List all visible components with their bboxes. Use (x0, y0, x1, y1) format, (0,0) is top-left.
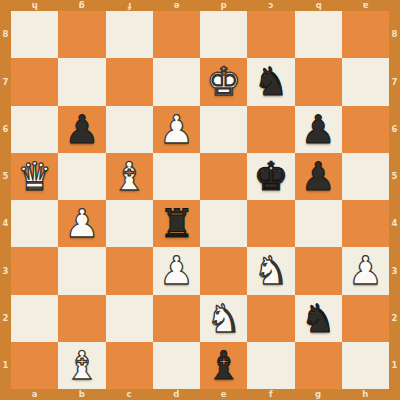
square-b4[interactable]: ♟ (58, 200, 105, 247)
square-d1[interactable] (153, 342, 200, 389)
rank-label-left-1: 1 (0, 342, 11, 389)
piece-black-king[interactable]: ♚ (247, 153, 294, 200)
square-f7[interactable]: ♞ (247, 58, 294, 105)
square-d7[interactable] (153, 58, 200, 105)
square-e6[interactable] (200, 106, 247, 153)
square-b2[interactable] (58, 295, 105, 342)
square-f8[interactable] (247, 11, 294, 58)
chess-board-frame: hgfedcba abcdefgh 87654321 87654321 ♚♞♟♟… (0, 0, 400, 400)
piece-white-bishop[interactable]: ♝ (58, 342, 105, 389)
square-g5[interactable]: ♟ (295, 153, 342, 200)
square-a6[interactable] (11, 106, 58, 153)
square-b5[interactable] (58, 153, 105, 200)
piece-white-bishop[interactable]: ♝ (106, 153, 153, 200)
file-label-bottom-f: f (247, 389, 294, 400)
file-label-bottom-d: d (153, 389, 200, 400)
square-f3[interactable]: ♞ (247, 247, 294, 294)
piece-black-pawn[interactable]: ♟ (295, 106, 342, 153)
square-g8[interactable] (295, 11, 342, 58)
rank-label-left-8: 8 (0, 11, 11, 58)
square-a4[interactable] (11, 200, 58, 247)
file-labels-top: hgfedcba (11, 0, 389, 11)
square-e2[interactable]: ♞ (200, 295, 247, 342)
square-f5[interactable]: ♚ (247, 153, 294, 200)
piece-white-king[interactable]: ♚ (200, 58, 247, 105)
square-d2[interactable] (153, 295, 200, 342)
file-label-bottom-e: e (200, 389, 247, 400)
square-d8[interactable] (153, 11, 200, 58)
square-f1[interactable] (247, 342, 294, 389)
square-a5[interactable]: ♛ (11, 153, 58, 200)
rank-label-left-6: 6 (0, 106, 11, 153)
square-c7[interactable] (106, 58, 153, 105)
square-c5[interactable]: ♝ (106, 153, 153, 200)
square-g2[interactable]: ♞ (295, 295, 342, 342)
square-c2[interactable] (106, 295, 153, 342)
square-a2[interactable] (11, 295, 58, 342)
square-a7[interactable] (11, 58, 58, 105)
square-h7[interactable] (342, 58, 389, 105)
piece-white-pawn[interactable]: ♟ (153, 247, 200, 294)
file-label-top-g: g (58, 0, 105, 11)
square-e5[interactable] (200, 153, 247, 200)
file-label-top-h: h (11, 0, 58, 11)
rank-label-right-5: 5 (389, 153, 400, 200)
file-label-top-d: d (200, 0, 247, 11)
square-e7[interactable]: ♚ (200, 58, 247, 105)
rank-label-right-4: 4 (389, 200, 400, 247)
square-a3[interactable] (11, 247, 58, 294)
file-label-bottom-g: g (295, 389, 342, 400)
piece-black-rook[interactable]: ♜ (153, 200, 200, 247)
file-label-bottom-c: c (106, 389, 153, 400)
piece-white-knight[interactable]: ♞ (247, 247, 294, 294)
piece-black-pawn[interactable]: ♟ (295, 153, 342, 200)
chess-board: ♚♞♟♟♟♛♝♚♟♟♜♟♞♟♞♞♝♝ (11, 11, 389, 389)
square-f2[interactable] (247, 295, 294, 342)
square-e8[interactable] (200, 11, 247, 58)
square-c4[interactable] (106, 200, 153, 247)
square-d5[interactable] (153, 153, 200, 200)
piece-black-knight[interactable]: ♞ (247, 58, 294, 105)
square-c3[interactable] (106, 247, 153, 294)
square-d4[interactable]: ♜ (153, 200, 200, 247)
square-e3[interactable] (200, 247, 247, 294)
file-label-top-a: a (342, 0, 389, 11)
piece-white-knight[interactable]: ♞ (200, 295, 247, 342)
square-g6[interactable]: ♟ (295, 106, 342, 153)
piece-black-bishop[interactable]: ♝ (200, 342, 247, 389)
rank-label-right-8: 8 (389, 11, 400, 58)
square-g4[interactable] (295, 200, 342, 247)
square-f4[interactable] (247, 200, 294, 247)
file-label-top-e: e (153, 0, 200, 11)
rank-labels-right: 87654321 (389, 11, 400, 389)
rank-label-right-1: 1 (389, 342, 400, 389)
rank-label-left-4: 4 (0, 200, 11, 247)
square-b3[interactable] (58, 247, 105, 294)
file-label-top-c: c (247, 0, 294, 11)
square-d6[interactable]: ♟ (153, 106, 200, 153)
file-label-bottom-b: b (58, 389, 105, 400)
square-h4[interactable] (342, 200, 389, 247)
piece-white-queen[interactable]: ♛ (11, 153, 58, 200)
piece-white-pawn[interactable]: ♟ (342, 247, 389, 294)
square-c6[interactable] (106, 106, 153, 153)
rank-label-left-3: 3 (0, 247, 11, 294)
file-label-top-b: b (295, 0, 342, 11)
square-b6[interactable]: ♟ (58, 106, 105, 153)
square-f6[interactable] (247, 106, 294, 153)
square-b1[interactable]: ♝ (58, 342, 105, 389)
rank-label-left-5: 5 (0, 153, 11, 200)
file-label-bottom-h: h (342, 389, 389, 400)
square-e1[interactable]: ♝ (200, 342, 247, 389)
square-h5[interactable] (342, 153, 389, 200)
square-g3[interactable] (295, 247, 342, 294)
file-labels-bottom: abcdefgh (11, 389, 389, 400)
piece-black-pawn[interactable]: ♟ (58, 106, 105, 153)
square-d3[interactable]: ♟ (153, 247, 200, 294)
rank-labels-left: 87654321 (0, 11, 11, 389)
rank-label-right-6: 6 (389, 106, 400, 153)
square-b7[interactable] (58, 58, 105, 105)
rank-label-right-3: 3 (389, 247, 400, 294)
square-c8[interactable] (106, 11, 153, 58)
piece-black-knight[interactable]: ♞ (295, 295, 342, 342)
rank-label-left-7: 7 (0, 58, 11, 105)
square-h8[interactable] (342, 11, 389, 58)
square-a1[interactable] (11, 342, 58, 389)
rank-label-right-2: 2 (389, 295, 400, 342)
square-h1[interactable] (342, 342, 389, 389)
piece-white-pawn[interactable]: ♟ (58, 200, 105, 247)
file-label-bottom-a: a (11, 389, 58, 400)
piece-white-pawn[interactable]: ♟ (153, 106, 200, 153)
square-e4[interactable] (200, 200, 247, 247)
square-h6[interactable] (342, 106, 389, 153)
square-c1[interactable] (106, 342, 153, 389)
square-g7[interactable] (295, 58, 342, 105)
square-h2[interactable] (342, 295, 389, 342)
file-label-top-f: f (106, 0, 153, 11)
square-b8[interactable] (58, 11, 105, 58)
square-a8[interactable] (11, 11, 58, 58)
rank-label-right-7: 7 (389, 58, 400, 105)
rank-label-left-2: 2 (0, 295, 11, 342)
square-g1[interactable] (295, 342, 342, 389)
square-h3[interactable]: ♟ (342, 247, 389, 294)
